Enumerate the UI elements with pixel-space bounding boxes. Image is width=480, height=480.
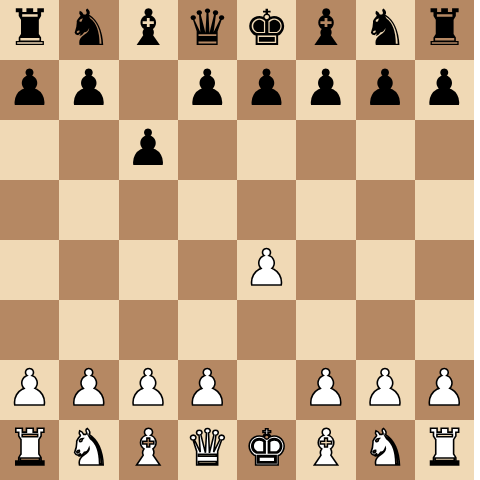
square-e7[interactable]: ♟ [237, 60, 296, 120]
square-f8[interactable]: ♝ [296, 0, 355, 60]
white-rook-icon[interactable]: ♜ [422, 420, 467, 478]
black-bishop-icon[interactable]: ♝ [126, 0, 171, 58]
white-pawn-icon[interactable]: ♟ [422, 360, 467, 418]
black-pawn-icon[interactable]: ♟ [66, 60, 111, 118]
square-b3[interactable] [59, 300, 118, 360]
square-d4[interactable] [178, 240, 237, 300]
square-g8[interactable]: ♞ [356, 0, 415, 60]
white-knight-icon[interactable]: ♞ [66, 420, 111, 478]
black-rook-icon[interactable]: ♜ [7, 0, 52, 58]
black-pawn-icon[interactable]: ♟ [363, 60, 408, 118]
black-king-icon[interactable]: ♚ [244, 0, 289, 58]
black-pawn-icon[interactable]: ♟ [126, 120, 171, 178]
square-g2[interactable]: ♟ [356, 360, 415, 420]
square-h1[interactable]: ♜ [415, 420, 474, 480]
square-a3[interactable] [0, 300, 59, 360]
chess-board-screenshot: ♜♞♝♛♚♝♞♜♟♟♟♟♟♟♟♟♟♟♟♟♟♟♟♟♜♞♝♛♚♝♞♜ [0, 0, 480, 480]
square-e4[interactable]: ♟ [237, 240, 296, 300]
square-f6[interactable] [296, 120, 355, 180]
square-a7[interactable]: ♟ [0, 60, 59, 120]
black-pawn-icon[interactable]: ♟ [303, 60, 348, 118]
square-a2[interactable]: ♟ [0, 360, 59, 420]
square-e6[interactable] [237, 120, 296, 180]
white-bishop-icon[interactable]: ♝ [126, 420, 171, 478]
square-d3[interactable] [178, 300, 237, 360]
black-pawn-icon[interactable]: ♟ [185, 60, 230, 118]
square-b1[interactable]: ♞ [59, 420, 118, 480]
square-e8[interactable]: ♚ [237, 0, 296, 60]
square-e3[interactable] [237, 300, 296, 360]
square-h5[interactable] [415, 180, 474, 240]
square-g5[interactable] [356, 180, 415, 240]
black-knight-icon[interactable]: ♞ [363, 0, 408, 58]
square-f1[interactable]: ♝ [296, 420, 355, 480]
board-right-margin [474, 0, 480, 480]
square-d7[interactable]: ♟ [178, 60, 237, 120]
white-pawn-icon[interactable]: ♟ [185, 360, 230, 418]
square-g6[interactable] [356, 120, 415, 180]
square-c8[interactable]: ♝ [119, 0, 178, 60]
square-e2[interactable] [237, 360, 296, 420]
square-c1[interactable]: ♝ [119, 420, 178, 480]
square-a1[interactable]: ♜ [0, 420, 59, 480]
square-c3[interactable] [119, 300, 178, 360]
black-pawn-icon[interactable]: ♟ [422, 60, 467, 118]
square-b4[interactable] [59, 240, 118, 300]
square-g3[interactable] [356, 300, 415, 360]
white-bishop-icon[interactable]: ♝ [303, 420, 348, 478]
black-knight-icon[interactable]: ♞ [66, 0, 111, 58]
white-pawn-icon[interactable]: ♟ [363, 360, 408, 418]
chess-board: ♜♞♝♛♚♝♞♜♟♟♟♟♟♟♟♟♟♟♟♟♟♟♟♟♜♞♝♛♚♝♞♜ [0, 0, 474, 480]
square-h3[interactable] [415, 300, 474, 360]
square-b7[interactable]: ♟ [59, 60, 118, 120]
square-h2[interactable]: ♟ [415, 360, 474, 420]
square-h7[interactable]: ♟ [415, 60, 474, 120]
square-b5[interactable] [59, 180, 118, 240]
square-g4[interactable] [356, 240, 415, 300]
square-h6[interactable] [415, 120, 474, 180]
square-e1[interactable]: ♚ [237, 420, 296, 480]
black-rook-icon[interactable]: ♜ [422, 0, 467, 58]
square-f4[interactable] [296, 240, 355, 300]
square-d1[interactable]: ♛ [178, 420, 237, 480]
white-pawn-icon[interactable]: ♟ [7, 360, 52, 418]
white-rook-icon[interactable]: ♜ [7, 420, 52, 478]
white-pawn-icon[interactable]: ♟ [66, 360, 111, 418]
square-a4[interactable] [0, 240, 59, 300]
square-d8[interactable]: ♛ [178, 0, 237, 60]
black-queen-icon[interactable]: ♛ [185, 0, 230, 58]
white-pawn-icon[interactable]: ♟ [303, 360, 348, 418]
square-h8[interactable]: ♜ [415, 0, 474, 60]
white-pawn-icon[interactable]: ♟ [244, 240, 289, 298]
black-pawn-icon[interactable]: ♟ [244, 60, 289, 118]
square-a5[interactable] [0, 180, 59, 240]
square-h4[interactable] [415, 240, 474, 300]
square-f2[interactable]: ♟ [296, 360, 355, 420]
white-knight-icon[interactable]: ♞ [363, 420, 408, 478]
square-d6[interactable] [178, 120, 237, 180]
square-g7[interactable]: ♟ [356, 60, 415, 120]
black-pawn-icon[interactable]: ♟ [7, 60, 52, 118]
square-c7[interactable] [119, 60, 178, 120]
square-c4[interactable] [119, 240, 178, 300]
square-f5[interactable] [296, 180, 355, 240]
square-e5[interactable] [237, 180, 296, 240]
square-f7[interactable]: ♟ [296, 60, 355, 120]
square-f3[interactable] [296, 300, 355, 360]
square-a8[interactable]: ♜ [0, 0, 59, 60]
black-bishop-icon[interactable]: ♝ [303, 0, 348, 58]
square-c6[interactable]: ♟ [119, 120, 178, 180]
square-d2[interactable]: ♟ [178, 360, 237, 420]
square-b2[interactable]: ♟ [59, 360, 118, 420]
square-b6[interactable] [59, 120, 118, 180]
square-d5[interactable] [178, 180, 237, 240]
white-queen-icon[interactable]: ♛ [185, 420, 230, 478]
square-b8[interactable]: ♞ [59, 0, 118, 60]
square-g1[interactable]: ♞ [356, 420, 415, 480]
square-c5[interactable] [119, 180, 178, 240]
square-a6[interactable] [0, 120, 59, 180]
white-pawn-icon[interactable]: ♟ [126, 360, 171, 418]
square-c2[interactable]: ♟ [119, 360, 178, 420]
white-king-icon[interactable]: ♚ [244, 420, 289, 478]
